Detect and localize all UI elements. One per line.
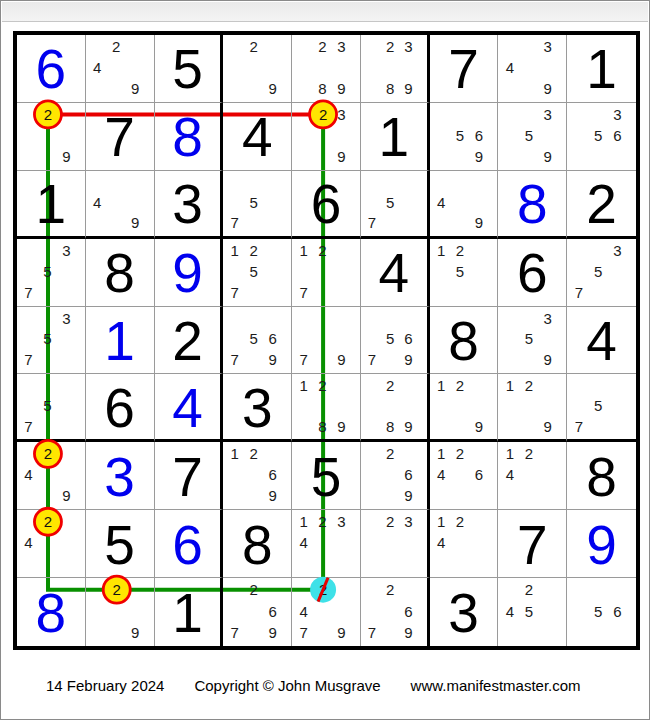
candidate-empty: [470, 396, 489, 416]
cell-r5c3[interactable]: 2: [155, 307, 224, 375]
candidate-2: 2: [451, 511, 470, 532]
candidate-empty: [500, 622, 519, 643]
candidate-grid: 49: [430, 171, 498, 236]
candidate-5: 5: [588, 396, 607, 416]
candidate-empty: [399, 172, 417, 192]
cell-r1c2[interactable]: 249: [86, 35, 155, 103]
given-digit: 1: [378, 107, 409, 165]
candidate-7: 7: [19, 282, 38, 303]
cell-r7c2[interactable]: 3: [86, 442, 155, 510]
candidate-5: 5: [381, 329, 399, 350]
candidate-empty: [608, 146, 627, 167]
candidate-empty: [313, 600, 332, 621]
candidate-grid: 24: [17, 510, 85, 577]
candidate-empty: [399, 579, 417, 600]
candidate-empty: [538, 375, 557, 395]
candidate-2: 2: [519, 375, 538, 395]
cell-r6c4[interactable]: 3: [223, 374, 292, 442]
cell-r1c4[interactable]: 29: [223, 35, 292, 103]
candidate-empty: [294, 104, 313, 125]
given-digit: 1: [586, 39, 617, 97]
candidate-empty: [608, 622, 627, 643]
candidate-3: 3: [538, 104, 557, 125]
cell-r5c8[interactable]: 359: [498, 307, 567, 375]
candidate-6: 6: [399, 600, 417, 621]
cell-r7c8[interactable]: 124: [498, 442, 567, 510]
candidate-empty: [500, 308, 519, 329]
footer-date: 14 February 2024: [46, 677, 164, 694]
candidate-9: 9: [470, 212, 489, 232]
candidate-2: 2: [107, 579, 126, 600]
given-digit: 4: [378, 243, 409, 301]
cell-r8c9[interactable]: 9: [567, 510, 636, 578]
cell-r4c9[interactable]: 357: [567, 239, 636, 307]
cell-r9c3[interactable]: 1: [155, 578, 224, 646]
candidate-1: 1: [500, 443, 519, 464]
candidate-empty: [538, 579, 557, 600]
candidate-5: 5: [451, 125, 470, 146]
candidate-empty: [432, 172, 451, 192]
cell-r9c4[interactable]: 2679: [223, 578, 292, 646]
cell-r9c8[interactable]: 245: [498, 578, 567, 646]
candidate-empty: [107, 600, 126, 621]
candidate-empty: [500, 104, 519, 125]
candidate-grid: 357: [567, 239, 636, 306]
cell-r5c4[interactable]: 5679: [223, 307, 292, 375]
candidate-empty: [19, 485, 38, 506]
candidate-empty: [88, 172, 107, 192]
candidate-empty: [57, 329, 76, 350]
candidate-empty: [363, 57, 381, 78]
candidate-empty: [519, 396, 538, 416]
cell-r2c4[interactable]: 4: [223, 103, 292, 171]
candidate-empty: [332, 261, 351, 282]
candidate-empty: [294, 579, 313, 600]
cell-r3c6[interactable]: 57: [361, 171, 430, 239]
candidate-empty: [313, 396, 332, 416]
candidate-empty: [313, 329, 332, 350]
candidate-6: 6: [263, 464, 282, 485]
cell-r9c7[interactable]: 3: [430, 578, 499, 646]
cell-r6c5[interactable]: 1289: [292, 374, 361, 442]
candidate-empty: [399, 212, 417, 232]
cell-r7c3[interactable]: 7: [155, 442, 224, 510]
candidate-2: 2: [244, 240, 263, 261]
candidate-empty: [57, 416, 76, 436]
candidate-grid: 29: [17, 103, 85, 170]
candidate-empty: [244, 464, 263, 485]
candidate-8: 8: [313, 416, 332, 436]
cell-r6c8[interactable]: 129: [498, 374, 567, 442]
cell-r5c7[interactable]: 8: [430, 307, 499, 375]
candidate-empty: [451, 212, 470, 232]
candidate-empty: [57, 375, 76, 395]
candidate-empty: [363, 78, 381, 99]
candidate-empty: [470, 532, 489, 553]
candidate-empty: [538, 464, 557, 485]
candidate-empty: [399, 375, 417, 395]
solved-digit: 8: [517, 174, 548, 232]
candidate-empty: [263, 308, 282, 329]
candidate-grid: 269: [361, 442, 427, 509]
candidate-2: 2: [519, 443, 538, 464]
candidate-2: 2: [313, 36, 332, 57]
candidate-2: 2: [107, 36, 126, 57]
given-digit: 4: [242, 107, 273, 165]
candidate-empty: [451, 192, 470, 212]
candidate-2: 2: [451, 375, 470, 395]
candidate-empty: [244, 57, 263, 78]
cell-r2c1[interactable]: 29: [17, 103, 86, 171]
candidate-2: 2: [381, 511, 399, 532]
cell-r3c2[interactable]: 49: [86, 171, 155, 239]
cell-r9c6[interactable]: 2679: [361, 578, 430, 646]
candidate-empty: [313, 532, 332, 553]
candidate-empty: [470, 172, 489, 192]
candidate-empty: [244, 282, 263, 303]
cell-r7c4[interactable]: 1269: [223, 442, 292, 510]
candidate-empty: [332, 553, 351, 574]
candidate-grid: 249: [17, 442, 85, 509]
candidate-grid: 124: [430, 510, 498, 577]
cell-r9c5[interactable]: 2479: [292, 578, 361, 646]
cell-r7c1[interactable]: 249: [17, 442, 86, 510]
candidate-empty: [57, 261, 76, 282]
candidate-empty: [381, 532, 399, 553]
given-digit: 8: [104, 243, 135, 301]
candidate-empty: [38, 416, 57, 436]
cell-r9c2[interactable]: 29: [86, 578, 155, 646]
candidate-empty: [608, 375, 627, 395]
candidate-empty: [569, 622, 588, 643]
candidate-empty: [38, 125, 57, 146]
candidate-empty: [294, 396, 313, 416]
candidate-empty: [381, 622, 399, 643]
candidate-9: 9: [332, 349, 351, 370]
candidate-empty: [313, 125, 332, 146]
candidate-empty: [519, 57, 538, 78]
candidate-grid: 349: [498, 35, 566, 102]
candidate-grid: 359: [498, 307, 566, 374]
candidate-empty: [569, 125, 588, 146]
candidate-grid: 49: [86, 171, 154, 236]
cell-r5c2[interactable]: 1: [86, 307, 155, 375]
candidate-empty: [500, 396, 519, 416]
cell-r3c1[interactable]: 1: [17, 171, 86, 239]
candidate-empty: [470, 375, 489, 395]
candidate-grid: 289: [361, 374, 427, 439]
candidate-grid: 569: [430, 103, 498, 170]
candidate-9: 9: [57, 485, 76, 506]
cell-r2c9[interactable]: 356: [567, 103, 636, 171]
cell-r3c7[interactable]: 49: [430, 171, 499, 239]
candidate-empty: [126, 172, 145, 192]
candidate-9: 9: [399, 78, 417, 99]
candidate-6: 6: [608, 125, 627, 146]
candidate-empty: [432, 553, 451, 574]
candidate-9: 9: [332, 622, 351, 643]
cell-r7c9[interactable]: 8: [567, 442, 636, 510]
cell-r2c6[interactable]: 1: [361, 103, 430, 171]
candidate-empty: [363, 464, 381, 485]
cell-r6c7[interactable]: 129: [430, 374, 499, 442]
candidate-empty: [381, 485, 399, 506]
cell-r8c6[interactable]: 23: [361, 510, 430, 578]
candidate-empty: [225, 57, 244, 78]
candidate-grid: 129: [498, 374, 566, 439]
given-digit: 8: [448, 311, 479, 369]
candidate-grid: 1257: [223, 239, 291, 306]
cell-r4c1[interactable]: 357: [17, 239, 86, 307]
candidate-empty: [363, 172, 381, 192]
cell-r3c9[interactable]: 2: [567, 171, 636, 239]
solved-digit: 9: [586, 515, 617, 573]
candidate-empty: [470, 240, 489, 261]
candidate-empty: [19, 553, 38, 574]
candidate-2: 2: [381, 579, 399, 600]
candidate-empty: [88, 36, 107, 57]
cell-r4c8[interactable]: 6: [498, 239, 567, 307]
cell-r7c7[interactable]: 1246: [430, 442, 499, 510]
candidate-grid: 357: [17, 239, 85, 306]
cell-r6c3[interactable]: 4: [155, 374, 224, 442]
candidate-grid: 2389: [292, 35, 360, 102]
candidate-empty: [57, 511, 76, 532]
cell-r2c3[interactable]: 8: [155, 103, 224, 171]
given-digit: 4: [586, 311, 617, 369]
candidate-empty: [19, 375, 38, 395]
candidate-empty: [538, 396, 557, 416]
candidate-empty: [126, 57, 145, 78]
window-top-bar: [2, 2, 648, 22]
given-digit: 7: [517, 515, 548, 573]
candidate-4: 4: [432, 464, 451, 485]
cell-r8c5[interactable]: 1234: [292, 510, 361, 578]
cell-r7c5[interactable]: 5: [292, 442, 361, 510]
sudoku-board: 6249529238923897349129784239156935935614…: [13, 31, 640, 650]
candidate-2: 2: [38, 443, 57, 464]
solved-digit: 3: [104, 447, 135, 505]
candidate-empty: [451, 416, 470, 436]
cell-r4c5[interactable]: 127: [292, 239, 361, 307]
candidate-empty: [313, 622, 332, 643]
candidate-empty: [107, 172, 126, 192]
cell-r3c4[interactable]: 57: [223, 171, 292, 239]
candidate-empty: [519, 308, 538, 329]
candidate-empty: [451, 172, 470, 192]
candidate-empty: [38, 464, 57, 485]
given-digit: 2: [172, 311, 203, 369]
cell-r6c1[interactable]: 57: [17, 374, 86, 442]
candidate-5: 5: [519, 329, 538, 350]
candidate-empty: [538, 329, 557, 350]
candidate-5: 5: [244, 192, 263, 212]
candidate-empty: [519, 104, 538, 125]
candidate-4: 4: [88, 57, 107, 78]
cell-r1c3[interactable]: 5: [155, 35, 224, 103]
candidate-grid: 124: [498, 442, 566, 509]
cell-r6c9[interactable]: 57: [567, 374, 636, 442]
candidate-empty: [381, 600, 399, 621]
cell-r3c8[interactable]: 8: [498, 171, 567, 239]
cell-r4c4[interactable]: 1257: [223, 239, 292, 307]
candidate-empty: [381, 308, 399, 329]
footer-website: www.manifestmaster.com: [411, 677, 581, 694]
candidate-empty: [363, 396, 381, 416]
given-digit: 2: [586, 174, 617, 232]
candidate-empty: [470, 485, 489, 506]
candidate-empty: [569, 240, 588, 261]
candidate-empty: [451, 485, 470, 506]
candidate-grid: 1234: [292, 510, 360, 577]
candidate-empty: [608, 396, 627, 416]
candidate-grid: 359: [498, 103, 566, 170]
cell-r5c9[interactable]: 4: [567, 307, 636, 375]
cell-r8c4[interactable]: 8: [223, 510, 292, 578]
candidate-empty: [588, 282, 607, 303]
candidate-empty: [19, 261, 38, 282]
candidate-empty: [332, 282, 351, 303]
candidate-empty: [263, 579, 282, 600]
candidate-empty: [332, 240, 351, 261]
cell-r1c5[interactable]: 2389: [292, 35, 361, 103]
given-digit: 8: [586, 447, 617, 505]
candidate-empty: [569, 104, 588, 125]
candidate-grid: 1246: [430, 442, 498, 509]
candidate-7: 7: [225, 282, 244, 303]
candidate-7: 7: [569, 282, 588, 303]
candidate-empty: [19, 511, 38, 532]
candidate-empty: [432, 485, 451, 506]
candidate-empty: [57, 464, 76, 485]
cell-r2c2[interactable]: 7: [86, 103, 155, 171]
cell-r4c6[interactable]: 4: [361, 239, 430, 307]
candidate-empty: [451, 104, 470, 125]
cell-r8c7[interactable]: 124: [430, 510, 499, 578]
candidate-empty: [294, 308, 313, 329]
cell-r8c3[interactable]: 6: [155, 510, 224, 578]
cell-r3c5[interactable]: 6: [292, 171, 361, 239]
candidate-empty: [332, 57, 351, 78]
candidate-empty: [519, 464, 538, 485]
cell-r6c6[interactable]: 289: [361, 374, 430, 442]
candidate-empty: [225, 36, 244, 57]
candidate-9: 9: [399, 622, 417, 643]
cell-r3c3[interactable]: 3: [155, 171, 224, 239]
candidate-5: 5: [519, 600, 538, 621]
candidate-5: 5: [588, 125, 607, 146]
candidate-1: 1: [432, 375, 451, 395]
candidate-3: 3: [332, 104, 351, 125]
candidate-9: 9: [263, 485, 282, 506]
candidate-empty: [57, 125, 76, 146]
candidate-grid: 129: [430, 374, 498, 439]
candidate-9: 9: [399, 349, 417, 370]
candidate-empty: [538, 622, 557, 643]
cell-r7c6[interactable]: 269: [361, 442, 430, 510]
footer: 14 February 2024Copyright © John Musgrav…: [46, 677, 611, 694]
candidate-empty: [363, 308, 381, 329]
candidate-empty: [107, 78, 126, 99]
cell-r4c3[interactable]: 9: [155, 239, 224, 307]
candidate-empty: [313, 57, 332, 78]
candidate-grid: 239: [292, 103, 360, 170]
cell-r2c8[interactable]: 359: [498, 103, 567, 171]
candidate-empty: [588, 104, 607, 125]
cell-r4c2[interactable]: 8: [86, 239, 155, 307]
candidate-1: 1: [225, 443, 244, 464]
candidate-2: 2: [451, 240, 470, 261]
cell-r9c1[interactable]: 8: [17, 578, 86, 646]
candidate-empty: [500, 146, 519, 167]
candidate-grid: 23: [361, 510, 427, 577]
candidate-empty: [38, 349, 57, 370]
candidate-empty: [263, 192, 282, 212]
candidate-3: 3: [332, 36, 351, 57]
candidate-empty: [451, 146, 470, 167]
candidate-empty: [244, 622, 263, 643]
candidate-9: 9: [126, 78, 145, 99]
candidate-grid: 57: [567, 374, 636, 439]
cell-r1c6[interactable]: 2389: [361, 35, 430, 103]
candidate-empty: [500, 125, 519, 146]
candidate-3: 3: [399, 511, 417, 532]
candidate-empty: [519, 622, 538, 643]
candidate-empty: [432, 104, 451, 125]
candidate-7: 7: [225, 622, 244, 643]
cell-r2c7[interactable]: 569: [430, 103, 499, 171]
candidate-4: 4: [432, 192, 451, 212]
candidate-empty: [313, 146, 332, 167]
cell-r5c6[interactable]: 5679: [361, 307, 430, 375]
candidate-8: 8: [381, 416, 399, 436]
cell-r2c5[interactable]: 239: [292, 103, 361, 171]
candidate-7: 7: [294, 282, 313, 303]
candidate-empty: [294, 261, 313, 282]
cell-r9c9[interactable]: 56: [567, 578, 636, 646]
candidate-7: 7: [225, 212, 244, 232]
candidate-3: 3: [608, 240, 627, 261]
candidate-empty: [88, 78, 107, 99]
cell-r8c8[interactable]: 7: [498, 510, 567, 578]
candidate-empty: [225, 485, 244, 506]
candidate-empty: [57, 396, 76, 416]
cell-r1c8[interactable]: 349: [498, 35, 567, 103]
candidate-5: 5: [588, 261, 607, 282]
cell-r4c7[interactable]: 125: [430, 239, 499, 307]
cell-r5c5[interactable]: 79: [292, 307, 361, 375]
candidate-empty: [569, 375, 588, 395]
solved-digit: 1: [104, 311, 135, 369]
cell-r6c2[interactable]: 6: [86, 374, 155, 442]
candidate-2: 2: [38, 511, 57, 532]
cell-r1c7[interactable]: 7: [430, 35, 499, 103]
cell-r1c1[interactable]: 6: [17, 35, 86, 103]
candidate-grid: 29: [223, 35, 291, 102]
cell-r1c9[interactable]: 1: [567, 35, 636, 103]
candidate-3: 3: [332, 511, 351, 532]
candidate-empty: [470, 553, 489, 574]
candidate-empty: [294, 553, 313, 574]
candidate-7: 7: [569, 416, 588, 436]
candidate-empty: [363, 600, 381, 621]
candidate-empty: [244, 600, 263, 621]
candidate-empty: [57, 349, 76, 370]
cell-r8c2[interactable]: 5: [86, 510, 155, 578]
solved-digit: 8: [172, 107, 203, 165]
cell-r5c1[interactable]: 357: [17, 307, 86, 375]
cell-r8c1[interactable]: 24: [17, 510, 86, 578]
